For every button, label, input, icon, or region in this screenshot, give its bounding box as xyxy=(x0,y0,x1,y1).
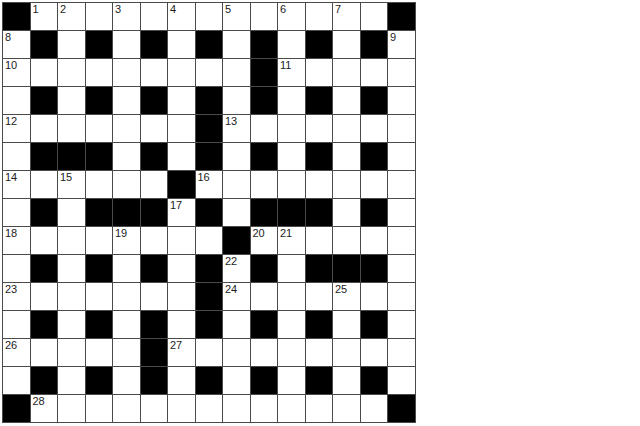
black-cell-r5c2 xyxy=(58,143,85,170)
white-cell-r12c9[interactable] xyxy=(251,339,278,366)
white-cell-r4c5[interactable] xyxy=(141,115,168,142)
clue-number-13: 13 xyxy=(225,115,237,127)
black-cell-r13c5 xyxy=(141,367,168,394)
black-cell-r14c14 xyxy=(388,395,415,422)
white-cell-r12c2[interactable] xyxy=(58,339,85,366)
white-cell-r9c8[interactable]: 22 xyxy=(223,255,250,282)
white-cell-r1c12[interactable] xyxy=(333,31,360,58)
white-cell-r1c8[interactable] xyxy=(223,31,250,58)
white-cell-r4c3[interactable] xyxy=(86,115,113,142)
black-cell-r13c11 xyxy=(306,367,333,394)
white-cell-r13c14[interactable] xyxy=(388,367,415,394)
white-cell-r12c11[interactable] xyxy=(306,339,333,366)
clue-number-5: 5 xyxy=(225,3,231,15)
white-cell-r0c9[interactable] xyxy=(251,3,278,30)
white-cell-r10c10[interactable] xyxy=(278,283,305,310)
black-cell-r3c5 xyxy=(141,87,168,114)
white-cell-r3c12[interactable] xyxy=(333,87,360,114)
white-cell-r8c5[interactable] xyxy=(141,227,168,254)
white-cell-r4c2[interactable] xyxy=(58,115,85,142)
white-cell-r9c10[interactable] xyxy=(278,255,305,282)
clue-number-6: 6 xyxy=(280,3,286,15)
black-cell-r7c4 xyxy=(113,199,140,226)
white-cell-r6c1[interactable] xyxy=(31,171,58,198)
white-cell-r1c6[interactable] xyxy=(168,31,195,58)
white-cell-r12c10[interactable] xyxy=(278,339,305,366)
white-cell-r9c4[interactable] xyxy=(113,255,140,282)
white-cell-r0c8[interactable]: 5 xyxy=(223,3,250,30)
white-cell-r10c13[interactable] xyxy=(361,283,388,310)
white-cell-r4c4[interactable] xyxy=(113,115,140,142)
white-cell-r12c1[interactable] xyxy=(31,339,58,366)
black-cell-r1c5 xyxy=(141,31,168,58)
white-cell-r4c6[interactable] xyxy=(168,115,195,142)
black-cell-r3c3 xyxy=(86,87,113,114)
page: 1234567891011121314151617181920212223242… xyxy=(0,0,640,426)
black-cell-r14c0 xyxy=(3,395,30,422)
white-cell-r5c6[interactable] xyxy=(168,143,195,170)
white-cell-r14c3[interactable] xyxy=(86,395,113,422)
white-cell-r7c2[interactable] xyxy=(58,199,85,226)
black-cell-r2c9 xyxy=(251,59,278,86)
white-cell-r2c12[interactable] xyxy=(333,59,360,86)
white-cell-r14c12[interactable] xyxy=(333,395,360,422)
white-cell-r7c14[interactable] xyxy=(388,199,415,226)
white-cell-r7c8[interactable] xyxy=(223,199,250,226)
black-cell-r12c5 xyxy=(141,339,168,366)
white-cell-r2c8[interactable] xyxy=(223,59,250,86)
white-cell-r8c4[interactable]: 19 xyxy=(113,227,140,254)
white-cell-r6c7[interactable]: 16 xyxy=(196,171,223,198)
white-cell-r8c1[interactable] xyxy=(31,227,58,254)
black-cell-r0c14 xyxy=(388,3,415,30)
white-cell-r5c12[interactable] xyxy=(333,143,360,170)
white-cell-r11c14[interactable] xyxy=(388,311,415,338)
white-cell-r2c0[interactable]: 10 xyxy=(3,59,30,86)
black-cell-r11c1 xyxy=(31,311,58,338)
black-cell-r11c9 xyxy=(251,311,278,338)
black-cell-r9c3 xyxy=(86,255,113,282)
white-cell-r3c14[interactable] xyxy=(388,87,415,114)
crossword-board: 1234567891011121314151617181920212223242… xyxy=(2,2,416,423)
black-cell-r7c9 xyxy=(251,199,278,226)
white-cell-r14c10[interactable] xyxy=(278,395,305,422)
white-cell-r0c12[interactable]: 7 xyxy=(333,3,360,30)
white-cell-r8c0[interactable]: 18 xyxy=(3,227,30,254)
clue-number-16: 16 xyxy=(198,171,210,183)
white-cell-r14c2[interactable] xyxy=(58,395,85,422)
white-cell-r4c0[interactable]: 12 xyxy=(3,115,30,142)
white-cell-r1c2[interactable] xyxy=(58,31,85,58)
white-cell-r5c4[interactable] xyxy=(113,143,140,170)
black-cell-r10c7 xyxy=(196,283,223,310)
black-cell-r13c1 xyxy=(31,367,58,394)
black-cell-r1c9 xyxy=(251,31,278,58)
clue-number-19: 19 xyxy=(115,227,127,239)
white-cell-r5c0[interactable] xyxy=(3,143,30,170)
white-cell-r8c7[interactable] xyxy=(196,227,223,254)
white-cell-r14c11[interactable] xyxy=(306,395,333,422)
black-cell-r3c7 xyxy=(196,87,223,114)
white-cell-r7c6[interactable]: 17 xyxy=(168,199,195,226)
white-cell-r6c13[interactable] xyxy=(361,171,388,198)
white-cell-r12c8[interactable] xyxy=(223,339,250,366)
white-cell-r8c2[interactable] xyxy=(58,227,85,254)
clue-number-22: 22 xyxy=(225,255,237,267)
white-cell-r9c2[interactable] xyxy=(58,255,85,282)
black-cell-r7c7 xyxy=(196,199,223,226)
white-cell-r4c8[interactable]: 13 xyxy=(223,115,250,142)
white-cell-r10c0[interactable]: 23 xyxy=(3,283,30,310)
black-cell-r1c13 xyxy=(361,31,388,58)
white-cell-r6c9[interactable] xyxy=(251,171,278,198)
clue-number-17: 17 xyxy=(170,199,182,211)
white-cell-r6c11[interactable] xyxy=(306,171,333,198)
white-cell-r5c10[interactable] xyxy=(278,143,305,170)
white-cell-r4c14[interactable] xyxy=(388,115,415,142)
clue-number-21: 21 xyxy=(280,227,292,239)
clue-number-14: 14 xyxy=(5,171,17,183)
black-cell-r3c11 xyxy=(306,87,333,114)
black-cell-r9c7 xyxy=(196,255,223,282)
black-cell-r9c1 xyxy=(31,255,58,282)
white-cell-r9c0[interactable] xyxy=(3,255,30,282)
white-cell-r11c12[interactable] xyxy=(333,311,360,338)
white-cell-r6c4[interactable] xyxy=(113,171,140,198)
black-cell-r4c7 xyxy=(196,115,223,142)
clue-number-25: 25 xyxy=(335,283,347,295)
black-cell-r3c13 xyxy=(361,87,388,114)
black-cell-r0c0 xyxy=(3,3,30,30)
clue-number-12: 12 xyxy=(5,115,17,127)
white-cell-r7c0[interactable] xyxy=(3,199,30,226)
black-cell-r7c5 xyxy=(141,199,168,226)
black-cell-r1c1 xyxy=(31,31,58,58)
white-cell-r2c13[interactable] xyxy=(361,59,388,86)
white-cell-r9c6[interactable] xyxy=(168,255,195,282)
white-cell-r12c4[interactable] xyxy=(113,339,140,366)
white-cell-r11c0[interactable] xyxy=(3,311,30,338)
white-cell-r6c0[interactable]: 14 xyxy=(3,171,30,198)
black-cell-r9c13 xyxy=(361,255,388,282)
white-cell-r13c4[interactable] xyxy=(113,367,140,394)
white-cell-r4c9[interactable] xyxy=(251,115,278,142)
white-cell-r3c2[interactable] xyxy=(58,87,85,114)
white-cell-r6c2[interactable]: 15 xyxy=(58,171,85,198)
white-cell-r13c8[interactable] xyxy=(223,367,250,394)
clue-number-7: 7 xyxy=(335,3,341,15)
black-cell-r9c11 xyxy=(306,255,333,282)
black-cell-r5c7 xyxy=(196,143,223,170)
white-cell-r14c13[interactable] xyxy=(361,395,388,422)
black-cell-r5c5 xyxy=(141,143,168,170)
white-cell-r12c0[interactable]: 26 xyxy=(3,339,30,366)
white-cell-r13c0[interactable] xyxy=(3,367,30,394)
black-cell-r5c11 xyxy=(306,143,333,170)
white-cell-r10c4[interactable] xyxy=(113,283,140,310)
white-cell-r0c2[interactable]: 2 xyxy=(58,3,85,30)
white-cell-r4c10[interactable] xyxy=(278,115,305,142)
black-cell-r7c3 xyxy=(86,199,113,226)
white-cell-r3c6[interactable] xyxy=(168,87,195,114)
white-cell-r6c5[interactable] xyxy=(141,171,168,198)
white-cell-r10c5[interactable] xyxy=(141,283,168,310)
white-cell-r3c0[interactable] xyxy=(3,87,30,114)
white-cell-r1c0[interactable]: 8 xyxy=(3,31,30,58)
white-cell-r6c8[interactable] xyxy=(223,171,250,198)
black-cell-r11c13 xyxy=(361,311,388,338)
white-cell-r14c6[interactable] xyxy=(168,395,195,422)
white-cell-r14c4[interactable] xyxy=(113,395,140,422)
white-cell-r14c9[interactable] xyxy=(251,395,278,422)
clue-number-18: 18 xyxy=(5,227,17,239)
white-cell-r2c5[interactable] xyxy=(141,59,168,86)
white-cell-r10c2[interactable] xyxy=(58,283,85,310)
black-cell-r5c13 xyxy=(361,143,388,170)
clue-number-10: 10 xyxy=(5,59,17,71)
black-cell-r5c1 xyxy=(31,143,58,170)
white-cell-r6c12[interactable] xyxy=(333,171,360,198)
black-cell-r3c9 xyxy=(251,87,278,114)
white-cell-r2c14[interactable] xyxy=(388,59,415,86)
white-cell-r11c4[interactable] xyxy=(113,311,140,338)
white-cell-r10c1[interactable] xyxy=(31,283,58,310)
white-cell-r11c2[interactable] xyxy=(58,311,85,338)
clue-number-24: 24 xyxy=(225,283,237,295)
white-cell-r2c10[interactable]: 11 xyxy=(278,59,305,86)
white-cell-r8c13[interactable] xyxy=(361,227,388,254)
clue-number-15: 15 xyxy=(60,171,72,183)
white-cell-r8c12[interactable] xyxy=(333,227,360,254)
black-cell-r7c1 xyxy=(31,199,58,226)
white-cell-r8c14[interactable] xyxy=(388,227,415,254)
white-cell-r2c6[interactable] xyxy=(168,59,195,86)
black-cell-r9c12 xyxy=(333,255,360,282)
white-cell-r12c6[interactable]: 27 xyxy=(168,339,195,366)
white-cell-r2c11[interactable] xyxy=(306,59,333,86)
white-cell-r4c12[interactable] xyxy=(333,115,360,142)
white-cell-r0c7[interactable] xyxy=(196,3,223,30)
white-cell-r2c1[interactable] xyxy=(31,59,58,86)
white-cell-r7c12[interactable] xyxy=(333,199,360,226)
white-cell-r13c2[interactable] xyxy=(58,367,85,394)
white-cell-r10c8[interactable]: 24 xyxy=(223,283,250,310)
white-cell-r11c6[interactable] xyxy=(168,311,195,338)
white-cell-r12c12[interactable] xyxy=(333,339,360,366)
white-cell-r11c10[interactable] xyxy=(278,311,305,338)
white-cell-r6c3[interactable] xyxy=(86,171,113,198)
white-cell-r3c8[interactable] xyxy=(223,87,250,114)
white-cell-r13c12[interactable] xyxy=(333,367,360,394)
black-cell-r7c11 xyxy=(306,199,333,226)
white-cell-r13c10[interactable] xyxy=(278,367,305,394)
white-cell-r1c14[interactable]: 9 xyxy=(388,31,415,58)
clue-number-28: 28 xyxy=(33,395,45,407)
white-cell-r9c14[interactable] xyxy=(388,255,415,282)
white-cell-r10c6[interactable] xyxy=(168,283,195,310)
white-cell-r3c10[interactable] xyxy=(278,87,305,114)
white-cell-r10c14[interactable] xyxy=(388,283,415,310)
black-cell-r6c6 xyxy=(168,171,195,198)
white-cell-r10c11[interactable] xyxy=(306,283,333,310)
clue-number-11: 11 xyxy=(280,59,291,71)
white-cell-r1c10[interactable] xyxy=(278,31,305,58)
white-cell-r0c11[interactable] xyxy=(306,3,333,30)
white-cell-r2c4[interactable] xyxy=(113,59,140,86)
black-cell-r9c9 xyxy=(251,255,278,282)
white-cell-r0c10[interactable]: 6 xyxy=(278,3,305,30)
black-cell-r5c3 xyxy=(86,143,113,170)
white-cell-r5c8[interactable] xyxy=(223,143,250,170)
black-cell-r5c9 xyxy=(251,143,278,170)
white-cell-r3c4[interactable] xyxy=(113,87,140,114)
clue-number-23: 23 xyxy=(5,283,17,295)
white-cell-r10c12[interactable]: 25 xyxy=(333,283,360,310)
white-cell-r12c7[interactable] xyxy=(196,339,223,366)
black-cell-r9c5 xyxy=(141,255,168,282)
clue-number-9: 9 xyxy=(390,31,396,43)
clue-number-1: 1 xyxy=(33,3,39,15)
black-cell-r1c11 xyxy=(306,31,333,58)
white-cell-r14c7[interactable] xyxy=(196,395,223,422)
white-cell-r12c13[interactable] xyxy=(361,339,388,366)
white-cell-r0c13[interactable] xyxy=(361,3,388,30)
white-cell-r8c10[interactable]: 21 xyxy=(278,227,305,254)
white-cell-r6c10[interactable] xyxy=(278,171,305,198)
white-cell-r4c13[interactable] xyxy=(361,115,388,142)
white-cell-r5c14[interactable] xyxy=(388,143,415,170)
white-cell-r12c3[interactable] xyxy=(86,339,113,366)
white-cell-r14c5[interactable] xyxy=(141,395,168,422)
black-cell-r7c10 xyxy=(278,199,305,226)
white-cell-r14c8[interactable] xyxy=(223,395,250,422)
black-cell-r13c7 xyxy=(196,367,223,394)
white-cell-r8c9[interactable]: 20 xyxy=(251,227,278,254)
white-cell-r10c3[interactable] xyxy=(86,283,113,310)
white-cell-r12c14[interactable] xyxy=(388,339,415,366)
black-cell-r7c13 xyxy=(361,199,388,226)
black-cell-r11c11 xyxy=(306,311,333,338)
clue-number-2: 2 xyxy=(60,3,66,15)
white-cell-r11c8[interactable] xyxy=(223,311,250,338)
white-cell-r8c11[interactable] xyxy=(306,227,333,254)
black-cell-r8c8 xyxy=(223,227,250,254)
clue-number-20: 20 xyxy=(253,227,265,239)
white-cell-r0c6[interactable]: 4 xyxy=(168,3,195,30)
white-cell-r10c9[interactable] xyxy=(251,283,278,310)
white-cell-r2c7[interactable] xyxy=(196,59,223,86)
white-cell-r2c2[interactable] xyxy=(58,59,85,86)
black-cell-r3c1 xyxy=(31,87,58,114)
white-cell-r4c1[interactable] xyxy=(31,115,58,142)
white-cell-r0c1[interactable]: 1 xyxy=(31,3,58,30)
black-cell-r11c7 xyxy=(196,311,223,338)
white-cell-r6c14[interactable] xyxy=(388,171,415,198)
clue-number-26: 26 xyxy=(5,339,17,351)
clue-number-27: 27 xyxy=(170,339,182,351)
white-cell-r4c11[interactable] xyxy=(306,115,333,142)
black-cell-r1c7 xyxy=(196,31,223,58)
white-cell-r13c6[interactable] xyxy=(168,367,195,394)
clue-number-4: 4 xyxy=(170,3,176,15)
white-cell-r2c3[interactable] xyxy=(86,59,113,86)
white-cell-r0c5[interactable] xyxy=(141,3,168,30)
clue-number-8: 8 xyxy=(5,31,11,43)
white-cell-r0c3[interactable] xyxy=(86,3,113,30)
black-cell-r13c9 xyxy=(251,367,278,394)
black-cell-r13c3 xyxy=(86,367,113,394)
black-cell-r1c3 xyxy=(86,31,113,58)
white-cell-r0c4[interactable]: 3 xyxy=(113,3,140,30)
black-cell-r13c13 xyxy=(361,367,388,394)
black-cell-r11c3 xyxy=(86,311,113,338)
black-cell-r11c5 xyxy=(141,311,168,338)
clue-number-3: 3 xyxy=(115,3,121,15)
white-cell-r8c3[interactable] xyxy=(86,227,113,254)
white-cell-r8c6[interactable] xyxy=(168,227,195,254)
white-cell-r1c4[interactable] xyxy=(113,31,140,58)
white-cell-r14c1[interactable]: 28 xyxy=(31,395,58,422)
